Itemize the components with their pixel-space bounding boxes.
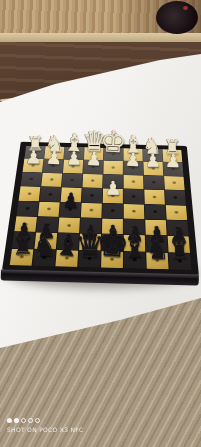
white-pawn-b2[interactable]: ♟ xyxy=(45,149,62,168)
watermark-text: SHOT ON POCO X3 NFC xyxy=(7,426,84,433)
black-rook-a8[interactable]: ♜ xyxy=(11,234,34,259)
watermark-dot xyxy=(28,418,33,423)
square-b5[interactable] xyxy=(38,202,60,217)
square-e2[interactable] xyxy=(103,161,122,174)
white-pawn-a2[interactable]: ♟ xyxy=(25,149,42,168)
square-g5[interactable] xyxy=(145,204,166,219)
square-b4[interactable] xyxy=(40,187,61,201)
square-g3[interactable] xyxy=(144,176,164,190)
square-a4[interactable] xyxy=(19,186,41,200)
watermark-dot xyxy=(14,418,19,423)
square-h5[interactable] xyxy=(166,205,187,220)
square-a3[interactable] xyxy=(21,172,42,186)
black-pawn-c5[interactable]: ♟ xyxy=(61,191,80,212)
black-rook-h8[interactable]: ♜ xyxy=(168,238,191,263)
board-wrapper: ♜♞♝♛♚♝♞♜♟♟♟♟♟♟♟♟♟♟♟♟♟♟♟♟♜♞♝♛♚♝♞♜ xyxy=(0,0,201,447)
square-g4[interactable] xyxy=(144,190,165,205)
pieces-layer: ♜♞♝♛♚♝♞♜♟♟♟♟♟♟♟♟♟♟♟♟♟♟♟♟♜♞♝♛♚♝♞♜ xyxy=(0,0,201,447)
square-f3[interactable] xyxy=(124,175,144,189)
square-a5[interactable] xyxy=(17,201,39,216)
camera-watermark: SHOT ON POCO X3 NFC xyxy=(7,418,84,433)
square-f5[interactable] xyxy=(124,204,145,219)
watermark-dots xyxy=(7,418,84,423)
square-c3[interactable] xyxy=(62,173,82,187)
square-h4[interactable] xyxy=(165,190,186,205)
white-pawn-d2[interactable]: ♟ xyxy=(85,150,102,169)
square-d5[interactable] xyxy=(81,203,102,218)
watermark-dot xyxy=(21,418,26,423)
square-h3[interactable] xyxy=(164,176,185,190)
white-pawn-g2[interactable]: ♟ xyxy=(145,152,161,170)
white-pawn-c2[interactable]: ♟ xyxy=(65,150,82,168)
chess-set-photo: ♜♞♝♛♚♝♞♜♟♟♟♟♟♟♟♟♟♟♟♟♟♟♟♟♜♞♝♛♚♝♞♜ SHOT ON… xyxy=(0,0,201,447)
white-pawn-h2[interactable]: ♟ xyxy=(165,152,182,171)
watermark-dot xyxy=(35,418,40,423)
watermark-dot xyxy=(7,418,12,423)
square-e5[interactable] xyxy=(102,203,123,218)
square-f4[interactable] xyxy=(124,189,144,204)
white-pawn-f2[interactable]: ♟ xyxy=(125,151,142,170)
white-pawn-e4[interactable]: ♟ xyxy=(104,178,121,197)
square-d3[interactable] xyxy=(82,174,102,188)
square-b3[interactable] xyxy=(41,173,62,187)
black-knight-g8[interactable]: ♞ xyxy=(144,235,170,263)
square-d4[interactable] xyxy=(82,188,102,203)
